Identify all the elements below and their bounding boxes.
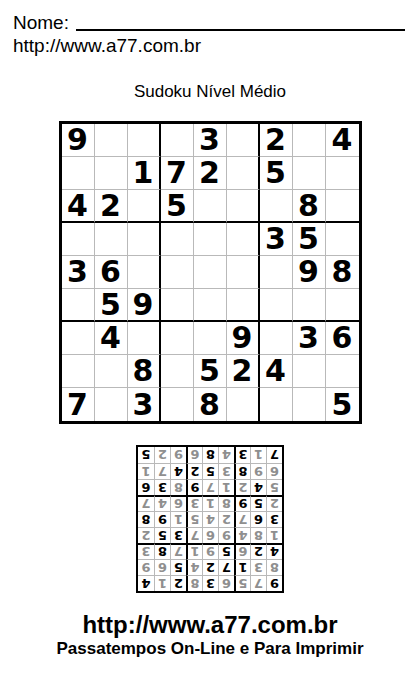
- solution-cell-r7c3: 2: [234, 479, 250, 495]
- puzzle-cell-r3c5: [194, 190, 227, 223]
- footer-tagline: Passatempos On-Line e Para Imprimir: [0, 639, 420, 659]
- puzzle-cell-r6c6: [227, 289, 260, 322]
- puzzle-cell-r3c1: 4: [62, 190, 95, 223]
- solution-cell-r6c2: 5: [250, 495, 266, 511]
- solution-cell-r1c3: 5: [234, 575, 250, 591]
- puzzle-cell-r6c7: [260, 289, 293, 322]
- solution-cell-r7c2: 4: [250, 479, 266, 495]
- solution-cell-r5c2: 6: [250, 511, 266, 527]
- puzzle-cell-r8c3: 8: [128, 355, 161, 388]
- puzzle-cell-r2c2: [95, 157, 128, 190]
- puzzle-cell-r4c1: [62, 223, 95, 256]
- solution-cell-r3c4: 5: [218, 543, 234, 559]
- puzzle-cell-r9c5: 8: [194, 388, 227, 421]
- solution-cell-r3c7: 7: [170, 543, 186, 559]
- solution-cell-r6c3: 9: [234, 495, 250, 511]
- solution-cell-r8c9: 1: [138, 463, 154, 479]
- puzzle-cell-r3c4: 5: [161, 190, 194, 223]
- solution-cell-r6c4: 8: [218, 495, 234, 511]
- solution-cell-r2c8: 6: [154, 559, 170, 575]
- solution-cell-r5c3: 7: [234, 511, 250, 527]
- puzzle-cell-r6c9: [326, 289, 359, 322]
- puzzle-cell-r9c4: [161, 388, 194, 421]
- sudoku-puzzle-grid: 93241725425835369859493685247385: [59, 121, 362, 424]
- solution-cell-r7c4: 1: [218, 479, 234, 495]
- solution-cell-r4c3: 4: [234, 527, 250, 543]
- puzzle-cell-r4c4: [161, 223, 194, 256]
- solution-cell-r5c5: 4: [202, 511, 218, 527]
- solution-cell-r3c6: 1: [186, 543, 202, 559]
- puzzle-cell-r4c6: [227, 223, 260, 256]
- solution-cell-r3c8: 8: [154, 543, 170, 559]
- printable-sudoku-page: Nome: http://www.a77.com.br Sudoku Nível…: [0, 0, 420, 673]
- puzzle-cell-r1c5: 3: [194, 124, 227, 157]
- solution-cell-r2c7: 5: [170, 559, 186, 575]
- puzzle-cell-r8c2: [95, 355, 128, 388]
- solution-cell-r9c5: 8: [202, 447, 218, 463]
- puzzle-cell-r3c9: [326, 190, 359, 223]
- puzzle-cell-r2c3: 1: [128, 157, 161, 190]
- puzzle-cell-r1c3: [128, 124, 161, 157]
- puzzle-cell-r7c1: [62, 322, 95, 355]
- page-title: Sudoku Nível Médio: [0, 82, 420, 102]
- solution-cell-r7c1: 5: [266, 479, 282, 495]
- solution-cell-r3c9: 3: [138, 543, 154, 559]
- solution-cell-r1c8: 1: [154, 575, 170, 591]
- puzzle-cell-r2c6: [227, 157, 260, 190]
- puzzle-cell-r8c9: [326, 355, 359, 388]
- puzzle-cell-r2c5: 2: [194, 157, 227, 190]
- solution-cell-r1c9: 4: [138, 575, 154, 591]
- puzzle-cell-r1c7: 2: [260, 124, 293, 157]
- puzzle-cell-r5c7: [260, 256, 293, 289]
- solution-cell-r2c9: 9: [138, 559, 154, 575]
- solution-cell-r6c9: 7: [138, 495, 154, 511]
- name-row: Nome:: [13, 10, 405, 34]
- puzzle-cell-r3c6: [227, 190, 260, 223]
- solution-cell-r1c7: 2: [170, 575, 186, 591]
- solution-cell-r2c6: 4: [186, 559, 202, 575]
- solution-cell-r3c2: 2: [250, 543, 266, 559]
- solution-cell-r4c9: 2: [138, 527, 154, 543]
- solution-cell-r2c2: 3: [250, 559, 266, 575]
- solution-cell-r9c3: 3: [234, 447, 250, 463]
- puzzle-cell-r4c3: [128, 223, 161, 256]
- solution-cell-r2c1: 8: [266, 559, 282, 575]
- puzzle-cell-r4c5: [194, 223, 227, 256]
- solution-cell-r2c3: 1: [234, 559, 250, 575]
- solution-cell-r4c8: 5: [154, 527, 170, 543]
- puzzle-cell-r6c2: 5: [95, 289, 128, 322]
- solution-cell-r8c5: 5: [202, 463, 218, 479]
- solution-cell-r9c9: 5: [138, 447, 154, 463]
- solution-cell-r8c4: 3: [218, 463, 234, 479]
- solution-cell-r5c8: 9: [154, 511, 170, 527]
- solution-cell-r7c5: 7: [202, 479, 218, 495]
- puzzle-cell-r9c6: [227, 388, 260, 421]
- puzzle-cell-r3c3: [128, 190, 161, 223]
- puzzle-cell-r2c4: 7: [161, 157, 194, 190]
- puzzle-cell-r9c8: [293, 388, 326, 421]
- solution-cell-r8c2: 9: [250, 463, 266, 479]
- solution-cell-r3c5: 9: [202, 543, 218, 559]
- puzzle-cell-r5c4: [161, 256, 194, 289]
- solution-cell-r1c5: 3: [202, 575, 218, 591]
- puzzle-cell-r1c2: [95, 124, 128, 157]
- solution-cell-r8c7: 4: [170, 463, 186, 479]
- solution-cell-r4c2: 8: [250, 527, 266, 543]
- puzzle-cell-r4c8: 5: [293, 223, 326, 256]
- puzzle-cell-r5c9: 8: [326, 256, 359, 289]
- puzzle-cell-r1c1: 9: [62, 124, 95, 157]
- solution-cell-r1c1: 9: [266, 575, 282, 591]
- puzzle-cell-r5c2: 6: [95, 256, 128, 289]
- solution-cell-r5c9: 8: [138, 511, 154, 527]
- puzzle-cell-r7c2: 4: [95, 322, 128, 355]
- header-site-url: http://www.a77.com.br: [13, 34, 405, 58]
- puzzle-cell-r8c6: 2: [227, 355, 260, 388]
- page-footer: http://www.a77.com.br Passatempos On-Lin…: [0, 611, 420, 659]
- puzzle-cell-r5c5: [194, 256, 227, 289]
- solution-cell-r8c8: 7: [154, 463, 170, 479]
- solution-cell-r8c1: 6: [266, 463, 282, 479]
- solution-cell-r5c4: 2: [218, 511, 234, 527]
- puzzle-cell-r4c2: [95, 223, 128, 256]
- puzzle-cell-r8c5: 5: [194, 355, 227, 388]
- puzzle-cell-r1c6: [227, 124, 260, 157]
- puzzle-cell-r3c7: [260, 190, 293, 223]
- puzzle-cell-r6c3: 9: [128, 289, 161, 322]
- solution-cell-r9c1: 7: [266, 447, 282, 463]
- puzzle-cell-r8c4: [161, 355, 194, 388]
- puzzle-cell-r3c8: 8: [293, 190, 326, 223]
- puzzle-cell-r4c7: 3: [260, 223, 293, 256]
- solution-cell-r4c6: 7: [186, 527, 202, 543]
- solution-cell-r6c1: 2: [266, 495, 282, 511]
- puzzle-cell-r9c3: 3: [128, 388, 161, 421]
- puzzle-cell-r2c8: [293, 157, 326, 190]
- solution-cell-r4c7: 3: [170, 527, 186, 543]
- puzzle-cell-r6c4: [161, 289, 194, 322]
- solution-cell-r7c7: 8: [170, 479, 186, 495]
- name-blank-line: [76, 29, 405, 31]
- page-header: Nome: http://www.a77.com.br: [0, 0, 420, 58]
- solution-cell-r1c2: 7: [250, 575, 266, 591]
- solution-cell-r3c1: 4: [266, 543, 282, 559]
- puzzle-cell-r5c6: [227, 256, 260, 289]
- solution-cell-r9c7: 9: [170, 447, 186, 463]
- puzzle-cell-r6c8: [293, 289, 326, 322]
- solution-cell-r8c6: 2: [186, 463, 202, 479]
- puzzle-cell-r4c9: [326, 223, 359, 256]
- puzzle-cell-r9c2: [95, 388, 128, 421]
- puzzle-cell-r6c5: [194, 289, 227, 322]
- solution-cell-r9c4: 4: [218, 447, 234, 463]
- solution-cell-r5c1: 3: [266, 511, 282, 527]
- puzzle-cell-r5c8: 9: [293, 256, 326, 289]
- solution-cell-r9c6: 6: [186, 447, 202, 463]
- puzzle-cell-r5c3: [128, 256, 161, 289]
- puzzle-cell-r7c3: [128, 322, 161, 355]
- puzzle-cell-r7c7: [260, 322, 293, 355]
- puzzle-cell-r2c1: [62, 157, 95, 190]
- solution-cell-r6c7: 6: [170, 495, 186, 511]
- solution-cell-r1c4: 6: [218, 575, 234, 591]
- solution-cell-r8c3: 8: [234, 463, 250, 479]
- puzzle-cell-r8c7: 4: [260, 355, 293, 388]
- solution-cell-r7c8: 3: [154, 479, 170, 495]
- puzzle-cell-r2c9: [326, 157, 359, 190]
- solution-cell-r6c5: 1: [202, 495, 218, 511]
- puzzle-cell-r5c1: 3: [62, 256, 95, 289]
- solution-cell-r5c7: 1: [170, 511, 186, 527]
- solution-cell-r9c8: 2: [154, 447, 170, 463]
- sudoku-solution-grid-rotated: 9756382148317245694265917831849673523672…: [136, 445, 284, 593]
- puzzle-cell-r9c1: 7: [62, 388, 95, 421]
- solution-cell-r9c2: 1: [250, 447, 266, 463]
- puzzle-cell-r7c5: [194, 322, 227, 355]
- puzzle-cell-r9c9: 5: [326, 388, 359, 421]
- solution-cell-r4c5: 6: [202, 527, 218, 543]
- puzzle-cell-r8c1: [62, 355, 95, 388]
- solution-cell-r4c1: 1: [266, 527, 282, 543]
- solution-cell-r2c5: 2: [202, 559, 218, 575]
- footer-site-url: http://www.a77.com.br: [0, 611, 420, 639]
- solution-cell-r6c8: 4: [154, 495, 170, 511]
- puzzle-cell-r1c8: [293, 124, 326, 157]
- puzzle-cell-r1c4: [161, 124, 194, 157]
- puzzle-cell-r9c7: [260, 388, 293, 421]
- solution-cell-r2c4: 7: [218, 559, 234, 575]
- name-label: Nome:: [13, 12, 69, 34]
- puzzle-cell-r8c8: [293, 355, 326, 388]
- solution-cell-r4c4: 9: [218, 527, 234, 543]
- puzzle-cell-r1c9: 4: [326, 124, 359, 157]
- solution-cell-r3c3: 6: [234, 543, 250, 559]
- puzzle-cell-r6c1: [62, 289, 95, 322]
- puzzle-cell-r7c9: 6: [326, 322, 359, 355]
- puzzle-cell-r7c8: 3: [293, 322, 326, 355]
- puzzle-cell-r7c6: 9: [227, 322, 260, 355]
- puzzle-cell-r7c4: [161, 322, 194, 355]
- solution-cell-r6c6: 3: [186, 495, 202, 511]
- solution-cell-r7c6: 9: [186, 479, 202, 495]
- solution-cell-r7c9: 6: [138, 479, 154, 495]
- puzzle-cell-r3c2: 2: [95, 190, 128, 223]
- solution-cell-r1c6: 8: [186, 575, 202, 591]
- solution-cell-r5c6: 5: [186, 511, 202, 527]
- puzzle-cell-r2c7: 5: [260, 157, 293, 190]
